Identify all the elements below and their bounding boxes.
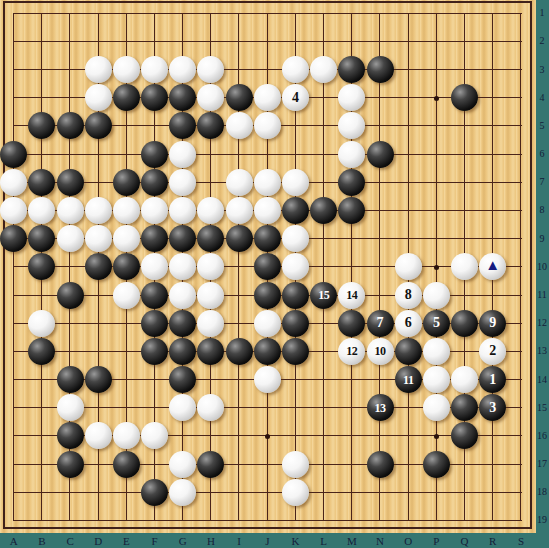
column-label-M: M [347,536,357,547]
stone-I5-white[interactable] [226,112,253,139]
row-label-16: 16 [537,431,547,441]
stone-K17-white[interactable] [282,451,309,478]
column-label-G: G [179,536,187,547]
stone-P11-white[interactable] [423,282,450,309]
stone-E11-white[interactable] [113,282,140,309]
stone-A8-white[interactable] [0,197,27,224]
stone-J13-black[interactable] [254,338,281,365]
stone-I7-white[interactable] [226,169,253,196]
column-label-E: E [123,536,130,547]
stone-H17-black[interactable] [197,451,224,478]
stone-I8-white[interactable] [226,197,253,224]
move-number-7: 7 [377,316,384,330]
triangle-mark-icon: ▲ [485,258,500,273]
stone-E17-black[interactable] [113,451,140,478]
column-label-N: N [376,536,384,547]
stone-K3-white[interactable] [282,56,309,83]
stone-K11-black[interactable] [282,282,309,309]
stone-I13-black[interactable] [226,338,253,365]
stone-K13-black[interactable] [282,338,309,365]
column-label-C: C [66,536,73,547]
row-label-10: 10 [537,262,547,272]
row-label-17: 17 [537,459,547,469]
column-label-K: K [292,536,300,547]
stone-O14-black[interactable]: 11 [395,366,422,393]
stone-C16-black[interactable] [57,422,84,449]
go-board-screenshot: 4▲15148765912102111133 ABCDEFGHIJKLMNOPQ… [0,0,549,548]
move-number-8: 8 [405,288,412,302]
stone-O10-white[interactable] [395,253,422,280]
stone-P15-white[interactable] [423,394,450,421]
stone-O11-white[interactable]: 8 [395,282,422,309]
stone-H11-white[interactable] [197,282,224,309]
stone-A7-white[interactable] [0,169,27,196]
stone-J7-white[interactable] [254,169,281,196]
column-label-P: P [433,536,439,547]
stone-P12-black[interactable]: 5 [423,310,450,337]
stone-I9-black[interactable] [226,225,253,252]
column-label-S: S [518,536,524,547]
stone-Q14-white[interactable] [451,366,478,393]
stone-G17-white[interactable] [169,451,196,478]
stone-J12-white[interactable] [254,310,281,337]
stone-N6-black[interactable] [367,141,394,168]
stone-B12-white[interactable] [28,310,55,337]
stone-R12-black[interactable]: 9 [479,310,506,337]
stone-F18-black[interactable] [141,479,168,506]
move-number-6: 6 [405,316,412,330]
move-number-12: 12 [346,345,357,357]
stone-K8-black[interactable] [282,197,309,224]
stone-O13-black[interactable] [395,338,422,365]
row-label-4: 4 [540,93,545,103]
stone-P14-white[interactable] [423,366,450,393]
stone-D10-black[interactable] [85,253,112,280]
row-label-11: 11 [537,290,547,300]
stone-J14-white[interactable] [254,366,281,393]
stone-K18-white[interactable] [282,479,309,506]
stone-P13-white[interactable] [423,338,450,365]
stone-E9-white[interactable] [113,225,140,252]
stone-E3-white[interactable] [113,56,140,83]
stone-C14-black[interactable] [57,366,84,393]
stone-M7-black[interactable] [338,169,365,196]
column-label-J: J [265,536,269,547]
stone-E4-black[interactable] [113,84,140,111]
stone-N3-black[interactable] [367,56,394,83]
stone-H12-white[interactable] [197,310,224,337]
move-number-10: 10 [375,345,386,357]
stone-R13-white[interactable]: 2 [479,338,506,365]
stone-Q12-black[interactable] [451,310,478,337]
stone-G12-black[interactable] [169,310,196,337]
column-label-I: I [237,536,241,547]
stone-F11-black[interactable] [141,282,168,309]
move-number-4: 4 [292,91,299,105]
stone-L11-black[interactable]: 15 [310,282,337,309]
stone-N12-black[interactable]: 7 [367,310,394,337]
stone-F12-black[interactable] [141,310,168,337]
stone-O12-white[interactable]: 6 [395,310,422,337]
move-number-1: 1 [489,373,496,387]
stone-E8-white[interactable] [113,197,140,224]
row-label-2: 2 [540,36,545,46]
stone-C17-black[interactable] [57,451,84,478]
stone-K9-white[interactable] [282,225,309,252]
stone-F13-black[interactable] [141,338,168,365]
stone-C9-white[interactable] [57,225,84,252]
stone-K7-white[interactable] [282,169,309,196]
stone-M11-white[interactable]: 14 [338,282,365,309]
stone-G6-white[interactable] [169,141,196,168]
column-label-D: D [94,536,102,547]
column-label-L: L [320,536,327,547]
stone-D9-white[interactable] [85,225,112,252]
column-label-H: H [207,536,215,547]
stone-C8-white[interactable] [57,197,84,224]
stone-J10-black[interactable] [254,253,281,280]
stone-G18-white[interactable] [169,479,196,506]
row-label-19: 19 [537,515,547,525]
move-number-5: 5 [433,316,440,330]
row-label-15: 15 [537,403,547,413]
stone-J9-black[interactable] [254,225,281,252]
column-label-O: O [404,536,412,547]
stone-M6-white[interactable] [338,141,365,168]
row-label-9: 9 [540,234,545,244]
move-number-3: 3 [489,401,496,415]
stone-P17-black[interactable] [423,451,450,478]
column-label-A: A [10,536,18,547]
row-label-3: 3 [540,65,545,75]
row-label-5: 5 [540,121,545,131]
stone-L8-black[interactable] [310,197,337,224]
stone-D4-white[interactable] [85,84,112,111]
stone-G13-black[interactable] [169,338,196,365]
stone-F3-white[interactable] [141,56,168,83]
stone-G11-white[interactable] [169,282,196,309]
stone-D16-white[interactable] [85,422,112,449]
stone-D3-white[interactable] [85,56,112,83]
stone-F7-black[interactable] [141,169,168,196]
stone-K12-black[interactable] [282,310,309,337]
row-label-1: 1 [540,8,545,18]
move-number-2: 2 [489,344,496,358]
stone-A6-black[interactable] [0,141,27,168]
stone-F8-white[interactable] [141,197,168,224]
stone-B7-black[interactable] [28,169,55,196]
stone-N15-black[interactable]: 13 [367,394,394,421]
move-number-11: 11 [403,374,413,386]
column-label-F: F [152,536,158,547]
stone-C11-black[interactable] [57,282,84,309]
move-number-13: 13 [375,402,386,414]
stone-M12-black[interactable] [338,310,365,337]
move-number-9: 9 [489,316,496,330]
row-label-13: 13 [537,346,547,356]
row-label-7: 7 [540,177,545,187]
stone-C5-black[interactable] [57,112,84,139]
column-label-B: B [38,536,45,547]
row-label-14: 14 [537,375,547,385]
move-number-15: 15 [318,289,329,301]
stone-D8-white[interactable] [85,197,112,224]
stone-N17-black[interactable] [367,451,394,478]
column-label-Q: Q [461,536,469,547]
stone-J11-black[interactable] [254,282,281,309]
stone-C15-white[interactable] [57,394,84,421]
stone-F6-black[interactable] [141,141,168,168]
row-label-6: 6 [540,149,545,159]
row-label-8: 8 [540,205,545,215]
stone-E7-black[interactable] [113,169,140,196]
row-label-18: 18 [537,487,547,497]
stone-N13-white[interactable]: 10 [367,338,394,365]
column-label-R: R [489,536,496,547]
stone-J4-white[interactable] [254,84,281,111]
stone-D5-black[interactable] [85,112,112,139]
stone-G7-white[interactable] [169,169,196,196]
stone-C7-black[interactable] [57,169,84,196]
stone-I4-black[interactable] [226,84,253,111]
stone-D14-black[interactable] [85,366,112,393]
stone-J8-white[interactable] [254,197,281,224]
move-number-14: 14 [346,289,357,301]
row-label-12: 12 [537,318,547,328]
